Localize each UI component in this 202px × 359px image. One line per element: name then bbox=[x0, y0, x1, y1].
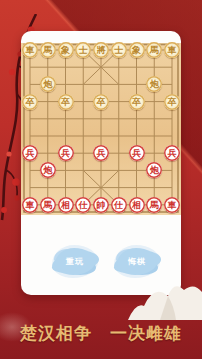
piece-black-soldier-4[interactable]: 卒 bbox=[129, 94, 145, 110]
piece-red-horse-right[interactable]: 馬 bbox=[146, 197, 162, 213]
piece-black-soldier-2[interactable]: 卒 bbox=[58, 94, 74, 110]
undo-button-label: 悔棋 bbox=[128, 256, 146, 267]
piece-red-cannon-right[interactable]: 炮 bbox=[146, 162, 162, 178]
piece-red-general[interactable]: 帥 bbox=[93, 197, 109, 213]
piece-red-advisor-right[interactable]: 仕 bbox=[111, 197, 127, 213]
screen: 車馬象士將士象馬車炮炮卒卒卒卒卒兵兵兵兵兵炮炮車馬相仕帥仕相馬車 重玩 悔棋 楚… bbox=[0, 0, 202, 359]
replay-button[interactable]: 重玩 bbox=[55, 248, 95, 275]
piece-red-soldier-1[interactable]: 兵 bbox=[22, 145, 38, 161]
piece-red-elephant-left[interactable]: 相 bbox=[58, 197, 74, 213]
game-card: 車馬象士將士象馬車炮炮卒卒卒卒卒兵兵兵兵兵炮炮車馬相仕帥仕相馬車 重玩 悔棋 bbox=[21, 31, 181, 295]
piece-red-soldier-3[interactable]: 兵 bbox=[93, 145, 109, 161]
piece-red-advisor-left[interactable]: 仕 bbox=[75, 197, 91, 213]
piece-black-elephant-left[interactable]: 象 bbox=[58, 42, 74, 58]
piece-black-cannon-right[interactable]: 炮 bbox=[146, 76, 162, 92]
piece-black-elephant-right[interactable]: 象 bbox=[129, 42, 145, 58]
piece-red-cannon-left[interactable]: 炮 bbox=[40, 162, 56, 178]
piece-black-horse-left[interactable]: 馬 bbox=[40, 42, 56, 58]
piece-red-elephant-right[interactable]: 相 bbox=[129, 197, 145, 213]
mountain-icon bbox=[128, 276, 202, 320]
piece-black-advisor-left[interactable]: 士 bbox=[75, 42, 91, 58]
piece-black-cannon-left[interactable]: 炮 bbox=[40, 76, 56, 92]
piece-red-soldier-4[interactable]: 兵 bbox=[129, 145, 145, 161]
footer-title: 楚汉相争 一决雌雄 bbox=[0, 322, 202, 345]
piece-black-chariot-right[interactable]: 車 bbox=[164, 42, 180, 58]
piece-black-soldier-3[interactable]: 卒 bbox=[93, 94, 109, 110]
undo-button[interactable]: 悔棋 bbox=[117, 248, 157, 275]
piece-red-chariot-left[interactable]: 車 bbox=[22, 197, 38, 213]
piece-red-horse-left[interactable]: 馬 bbox=[40, 197, 56, 213]
piece-black-general[interactable]: 將 bbox=[93, 42, 109, 58]
xiangqi-board[interactable]: 車馬象士將士象馬車炮炮卒卒卒卒卒兵兵兵兵兵炮炮車馬相仕帥仕相馬車 bbox=[21, 43, 181, 215]
piece-black-soldier-1[interactable]: 卒 bbox=[22, 94, 38, 110]
board-pieces: 車馬象士將士象馬車炮炮卒卒卒卒卒兵兵兵兵兵炮炮車馬相仕帥仕相馬車 bbox=[21, 43, 181, 215]
replay-button-label: 重玩 bbox=[66, 256, 84, 267]
piece-red-soldier-2[interactable]: 兵 bbox=[58, 145, 74, 161]
piece-black-soldier-5[interactable]: 卒 bbox=[164, 94, 180, 110]
piece-black-advisor-right[interactable]: 士 bbox=[111, 42, 127, 58]
piece-red-chariot-right[interactable]: 車 bbox=[164, 197, 180, 213]
piece-black-chariot-left[interactable]: 車 bbox=[22, 42, 38, 58]
piece-black-horse-right[interactable]: 馬 bbox=[146, 42, 162, 58]
piece-red-soldier-5[interactable]: 兵 bbox=[164, 145, 180, 161]
